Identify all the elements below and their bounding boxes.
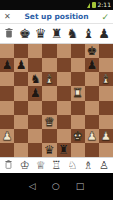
square-a2[interactable]: ♟ [0, 129, 14, 143]
status-bar: 2:11 [0, 0, 113, 10]
square-a4[interactable] [0, 101, 14, 115]
square-c5[interactable]: ♟ [28, 86, 42, 100]
square-c3[interactable] [28, 115, 42, 129]
battery-icon [92, 2, 96, 8]
white-piece-palette: ♔♕♖♘♗♙ [0, 157, 113, 173]
square-c2[interactable] [28, 129, 42, 143]
square-a3[interactable] [0, 115, 14, 129]
square-b4[interactable] [14, 101, 28, 115]
square-b5[interactable] [14, 86, 28, 100]
square-g4[interactable] [85, 101, 99, 115]
square-e5[interactable] [57, 86, 71, 100]
square-c6[interactable]: ♞ [28, 72, 42, 86]
white-pawn-a2: ♟ [2, 130, 13, 142]
square-e1[interactable]: ♜ [57, 143, 71, 157]
square-d5[interactable] [42, 86, 56, 100]
white-bishop-h6: ♝ [101, 73, 112, 85]
black-pawn-c5: ♟ [30, 87, 41, 99]
palette-white-pawn[interactable]: ♙ [96, 160, 112, 171]
white-bishop-d6: ♝ [44, 73, 55, 85]
palette-black-bishop[interactable]: ♝ [80, 27, 96, 40]
square-h8[interactable] [99, 44, 113, 58]
palette-white-rook[interactable]: ♖ [49, 160, 65, 171]
square-c4[interactable] [28, 101, 42, 115]
square-g1[interactable] [85, 143, 99, 157]
recents-icon[interactable]: □ [76, 182, 85, 191]
square-d7[interactable] [42, 58, 56, 72]
black-king-g8: ♚ [86, 45, 97, 57]
white-queen-d3: ♛ [44, 116, 55, 128]
square-f5[interactable]: ♜ [71, 86, 85, 100]
square-e6[interactable] [57, 72, 71, 86]
square-e7[interactable] [57, 58, 71, 72]
square-g3[interactable] [85, 115, 99, 129]
square-e3[interactable] [57, 115, 71, 129]
square-b8[interactable] [14, 44, 28, 58]
square-h6[interactable]: ♝ [99, 72, 113, 86]
square-h5[interactable] [99, 86, 113, 100]
palette-white-king[interactable]: ♔ [17, 160, 33, 171]
square-e2[interactable] [57, 129, 71, 143]
black-pawn-g7: ♟ [86, 59, 97, 71]
square-f4[interactable] [71, 101, 85, 115]
square-f3[interactable] [71, 115, 85, 129]
square-b3[interactable] [14, 115, 28, 129]
status-time: 2:11 [98, 0, 111, 10]
black-pawn-b7: ♟ [16, 59, 27, 71]
square-d1[interactable]: ♛ [42, 143, 56, 157]
square-f7[interactable] [71, 58, 85, 72]
square-a5[interactable] [0, 86, 14, 100]
square-g2[interactable]: ♟ [85, 129, 99, 143]
palette-white-knight[interactable]: ♘ [64, 160, 80, 171]
signal-icon [87, 3, 90, 8]
square-c8[interactable] [28, 44, 42, 58]
square-g7[interactable]: ♟ [85, 58, 99, 72]
square-f2[interactable]: ♚ [71, 129, 85, 143]
black-piece-palette: ♚♛♜♞♝♟ [0, 24, 113, 44]
square-g6[interactable] [85, 72, 99, 86]
white-pawn-h2: ♟ [101, 130, 112, 142]
palette-black-king[interactable]: ♚ [17, 27, 33, 40]
square-e4[interactable] [57, 101, 71, 115]
square-b7[interactable]: ♟ [14, 58, 28, 72]
trash-icon[interactable] [1, 160, 17, 171]
square-g5[interactable] [85, 86, 99, 100]
app-bar: ✕ Set up position ✓ [0, 10, 113, 24]
black-rook-e1: ♜ [58, 144, 69, 156]
black-pawn-a7: ♟ [2, 59, 13, 71]
white-rook-f5: ♜ [72, 87, 83, 99]
square-d3[interactable]: ♛ [42, 115, 56, 129]
square-a1[interactable] [0, 143, 14, 157]
square-d6[interactable]: ♝ [42, 72, 56, 86]
square-h1[interactable] [99, 143, 113, 157]
palette-black-knight[interactable]: ♞ [64, 27, 80, 40]
white-king-f2: ♚ [72, 130, 83, 142]
square-d8[interactable] [42, 44, 56, 58]
square-a6[interactable] [0, 72, 14, 86]
palette-black-queen[interactable]: ♛ [33, 27, 49, 40]
confirm-icon[interactable]: ✓ [95, 12, 109, 22]
trash-icon[interactable] [1, 27, 17, 40]
palette-white-queen[interactable]: ♕ [33, 160, 49, 171]
square-h4[interactable] [99, 101, 113, 115]
square-f1[interactable] [71, 143, 85, 157]
square-f8[interactable] [71, 44, 85, 58]
square-h7[interactable] [99, 58, 113, 72]
square-d2[interactable] [42, 129, 56, 143]
square-b6[interactable] [14, 72, 28, 86]
close-icon[interactable]: ✕ [4, 12, 18, 21]
white-pawn-g2: ♟ [86, 130, 97, 142]
chess-board: ♚♟♟♟♞♝♝♟♜♛♟♚♟♟♛♜ [0, 44, 113, 157]
black-knight-c6: ♞ [30, 73, 41, 85]
square-d4[interactable] [42, 101, 56, 115]
black-queen-d1: ♛ [44, 144, 55, 156]
home-icon[interactable]: ○ [52, 182, 60, 191]
square-b2[interactable] [14, 129, 28, 143]
square-c1[interactable] [28, 143, 42, 157]
square-c7[interactable] [28, 58, 42, 72]
square-a8[interactable] [0, 44, 14, 58]
square-e8[interactable] [57, 44, 71, 58]
palette-black-pawn[interactable]: ♟ [96, 27, 112, 40]
back-icon[interactable]: ◁ [29, 182, 36, 191]
square-h2[interactable]: ♟ [99, 129, 113, 143]
square-f6[interactable] [71, 72, 85, 86]
android-nav-bar: ◁○□ [0, 173, 113, 200]
square-b1[interactable] [14, 143, 28, 157]
square-a7[interactable]: ♟ [0, 58, 14, 72]
palette-white-bishop[interactable]: ♗ [80, 160, 96, 171]
palette-black-rook[interactable]: ♜ [49, 27, 65, 40]
square-h3[interactable] [99, 115, 113, 129]
page-title: Set up position [18, 12, 95, 21]
square-g8[interactable]: ♚ [85, 44, 99, 58]
